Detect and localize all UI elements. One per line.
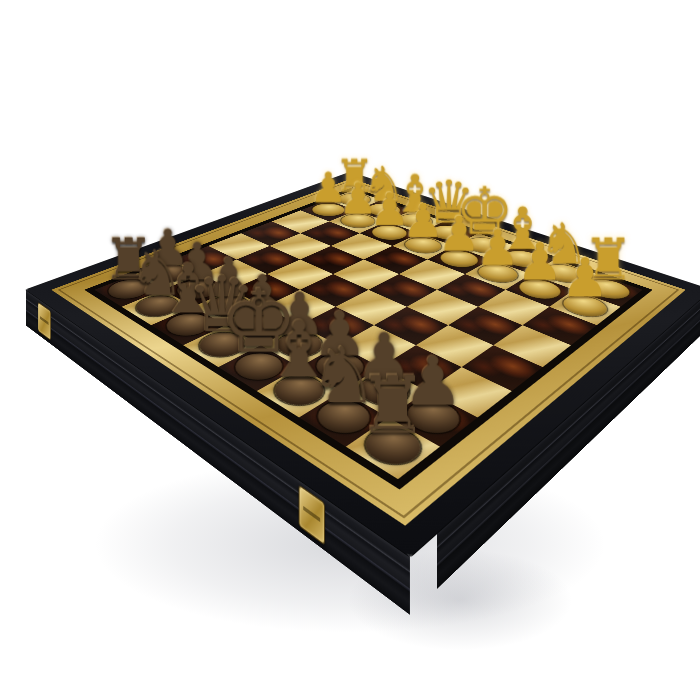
scene: ♜♞♝♛♚♝♞♜♟♟♟♟♟♟♟♟♟♟♟♟♟♟♟♟♜♞♝♛♚♝♞♜ bbox=[0, 0, 700, 700]
chess-case: ♜♞♝♛♚♝♞♜♟♟♟♟♟♟♟♟♟♟♟♟♟♟♟♟♜♞♝♛♚♝♞♜ bbox=[26, 172, 700, 556]
piece-bronze-rook-h1[interactable]: ♜ bbox=[319, 366, 467, 445]
brass-clasp-left[interactable] bbox=[38, 302, 51, 341]
